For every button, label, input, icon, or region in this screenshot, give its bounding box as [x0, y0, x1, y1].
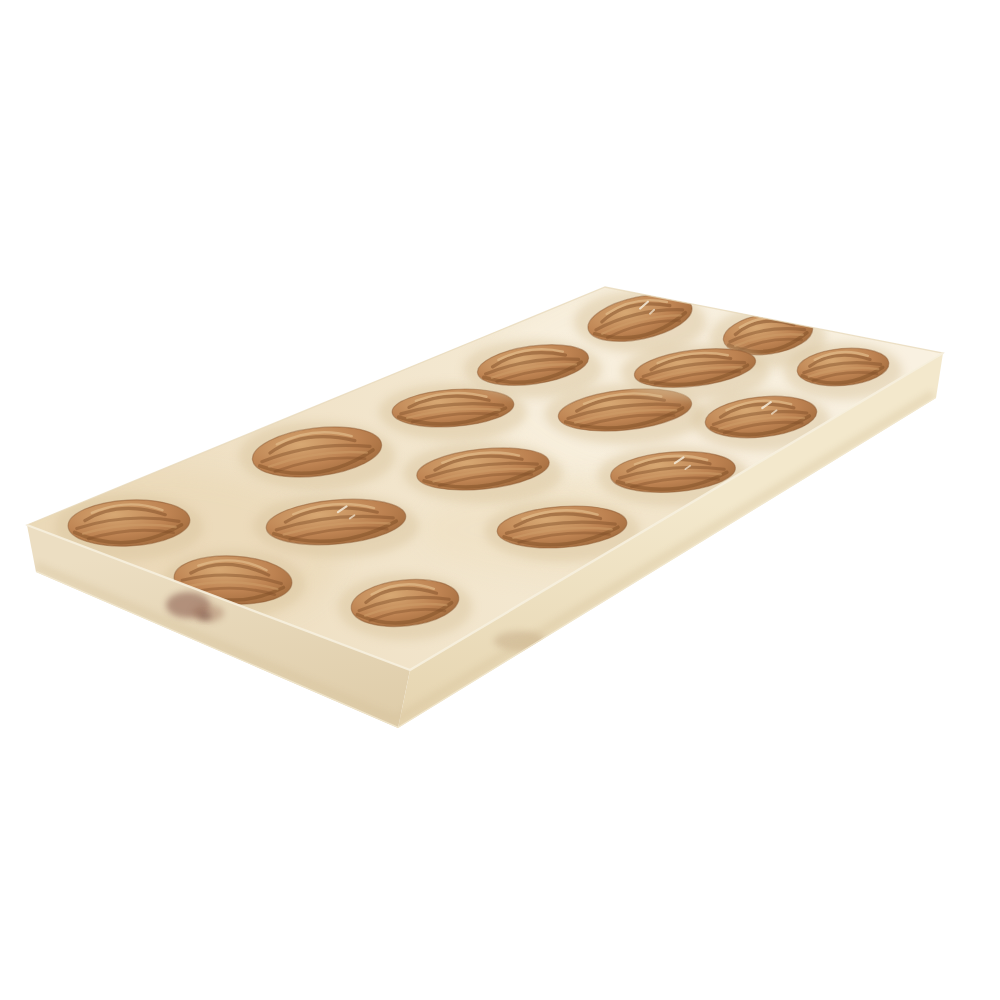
product-photo: [0, 0, 1000, 1000]
chocolate-smudge: [198, 612, 212, 620]
